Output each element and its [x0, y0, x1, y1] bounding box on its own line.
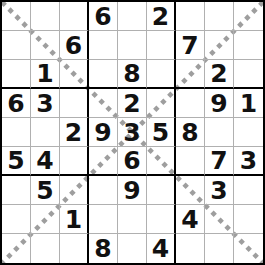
cell-r2c3-given[interactable]: 6 [60, 31, 89, 60]
cell-r8c7-given[interactable]: 4 [176, 205, 205, 234]
cell-r8c2-empty[interactable] [31, 205, 60, 234]
cell-r8c1-empty[interactable] [2, 205, 31, 234]
cell-r2c1-empty[interactable] [2, 31, 31, 60]
cell-r7c1-empty[interactable] [2, 176, 31, 205]
cell-r8c4-empty[interactable] [89, 205, 118, 234]
cell-r3c8-given[interactable]: 2 [205, 60, 234, 89]
cell-r3c9-empty[interactable] [234, 60, 263, 89]
cell-r2c4-empty[interactable] [89, 31, 118, 60]
cell-r5c6-given[interactable]: 5 [147, 118, 176, 147]
cell-r6c5-given[interactable]: 6 [118, 147, 147, 176]
sudoku-board: 62671826329129358546735931484 [0, 0, 265, 265]
cell-r1c7-empty[interactable] [176, 2, 205, 31]
cell-r9c1-empty[interactable] [2, 234, 31, 263]
cell-r4c2-given[interactable]: 3 [31, 89, 60, 118]
cell-r4c1-given[interactable]: 6 [2, 89, 31, 118]
cell-r7c8-given[interactable]: 3 [205, 176, 234, 205]
cell-r4c7-empty[interactable] [176, 89, 205, 118]
cell-r1c1-empty[interactable] [2, 2, 31, 31]
cell-r3c4-empty[interactable] [89, 60, 118, 89]
cell-r5c2-empty[interactable] [31, 118, 60, 147]
cell-r1c5-empty[interactable] [118, 2, 147, 31]
cell-r1c4-given[interactable]: 6 [89, 2, 118, 31]
cell-r7c9-empty[interactable] [234, 176, 263, 205]
cell-r2c2-empty[interactable] [31, 31, 60, 60]
cell-r2c8-empty[interactable] [205, 31, 234, 60]
cell-r4c5-given[interactable]: 2 [118, 89, 147, 118]
sudoku-grid: 62671826329129358546735931484 [2, 2, 263, 263]
cell-r1c9-empty[interactable] [234, 2, 263, 31]
cell-r8c8-empty[interactable] [205, 205, 234, 234]
cell-r3c3-empty[interactable] [60, 60, 89, 89]
cell-r8c3-given[interactable]: 1 [60, 205, 89, 234]
cell-r8c5-empty[interactable] [118, 205, 147, 234]
cell-r2c6-empty[interactable] [147, 31, 176, 60]
cell-r5c7-given[interactable]: 8 [176, 118, 205, 147]
cell-r2c7-given[interactable]: 7 [176, 31, 205, 60]
cell-r5c5-given[interactable]: 3 [118, 118, 147, 147]
cell-r7c3-empty[interactable] [60, 176, 89, 205]
cell-r4c9-given[interactable]: 1 [234, 89, 263, 118]
cell-r6c8-given[interactable]: 7 [205, 147, 234, 176]
cell-r9c5-empty[interactable] [118, 234, 147, 263]
cell-r7c7-empty[interactable] [176, 176, 205, 205]
cell-r7c5-given[interactable]: 9 [118, 176, 147, 205]
cell-r9c7-empty[interactable] [176, 234, 205, 263]
cell-r4c6-empty[interactable] [147, 89, 176, 118]
cell-r4c3-empty[interactable] [60, 89, 89, 118]
cell-r6c3-empty[interactable] [60, 147, 89, 176]
cell-r7c6-empty[interactable] [147, 176, 176, 205]
cell-r5c3-given[interactable]: 2 [60, 118, 89, 147]
cell-r9c3-empty[interactable] [60, 234, 89, 263]
cell-r3c5-given[interactable]: 8 [118, 60, 147, 89]
cell-r6c4-empty[interactable] [89, 147, 118, 176]
cell-r5c8-empty[interactable] [205, 118, 234, 147]
cell-r1c3-empty[interactable] [60, 2, 89, 31]
cell-r6c9-given[interactable]: 3 [234, 147, 263, 176]
cell-r9c4-given[interactable]: 8 [89, 234, 118, 263]
cell-r5c1-empty[interactable] [2, 118, 31, 147]
cell-r7c2-given[interactable]: 5 [31, 176, 60, 205]
cell-r6c1-given[interactable]: 5 [2, 147, 31, 176]
cell-r3c2-given[interactable]: 1 [31, 60, 60, 89]
cell-r1c2-empty[interactable] [31, 2, 60, 31]
cell-r9c2-empty[interactable] [31, 234, 60, 263]
cell-r2c9-empty[interactable] [234, 31, 263, 60]
cell-r6c7-empty[interactable] [176, 147, 205, 176]
cell-r5c4-given[interactable]: 9 [89, 118, 118, 147]
cell-r3c1-empty[interactable] [2, 60, 31, 89]
cell-r9c6-given[interactable]: 4 [147, 234, 176, 263]
cell-r6c2-given[interactable]: 4 [31, 147, 60, 176]
cell-r2c5-empty[interactable] [118, 31, 147, 60]
cell-r1c8-empty[interactable] [205, 2, 234, 31]
cell-r9c8-empty[interactable] [205, 234, 234, 263]
cell-r8c9-empty[interactable] [234, 205, 263, 234]
cell-r9c9-empty[interactable] [234, 234, 263, 263]
cell-r7c4-empty[interactable] [89, 176, 118, 205]
cell-r1c6-given[interactable]: 2 [147, 2, 176, 31]
cell-r3c7-empty[interactable] [176, 60, 205, 89]
cell-r6c6-empty[interactable] [147, 147, 176, 176]
cell-r4c4-empty[interactable] [89, 89, 118, 118]
cell-r4c8-given[interactable]: 9 [205, 89, 234, 118]
cell-r5c9-empty[interactable] [234, 118, 263, 147]
cell-r3c6-empty[interactable] [147, 60, 176, 89]
cell-r8c6-empty[interactable] [147, 205, 176, 234]
